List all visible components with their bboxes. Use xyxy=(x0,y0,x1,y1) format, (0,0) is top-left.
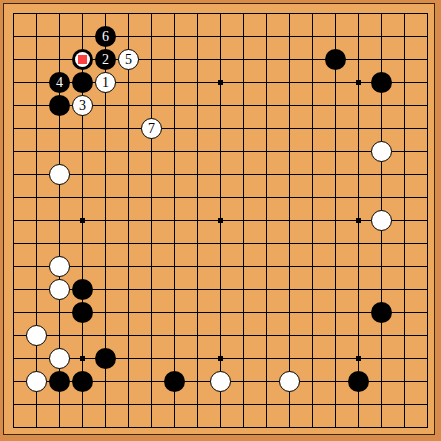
stone-white-move-5: 5 xyxy=(118,49,139,70)
stone-white xyxy=(26,371,47,392)
stone-white xyxy=(49,164,70,185)
stone-black xyxy=(371,302,392,323)
star-point xyxy=(218,356,223,361)
star-point xyxy=(356,218,361,223)
stone-black xyxy=(72,302,93,323)
stone-white-move-3: 3 xyxy=(72,95,93,116)
square-mark-icon xyxy=(75,52,90,67)
stone-black xyxy=(72,72,93,93)
stone-black xyxy=(95,348,116,369)
go-board: 6254137 xyxy=(0,0,441,441)
star-point xyxy=(80,218,85,223)
stone-white xyxy=(279,371,300,392)
star-point xyxy=(356,356,361,361)
stone-white xyxy=(210,371,231,392)
stone-white xyxy=(371,210,392,231)
stone-black-marked xyxy=(72,49,93,70)
stone-white xyxy=(49,348,70,369)
stone-black xyxy=(72,371,93,392)
stone-black-move-6: 6 xyxy=(95,26,116,47)
stone-black xyxy=(72,279,93,300)
stone-black xyxy=(325,49,346,70)
star-point xyxy=(80,356,85,361)
star-point xyxy=(218,218,223,223)
stone-black xyxy=(164,371,185,392)
stone-black xyxy=(371,72,392,93)
stone-black xyxy=(49,95,70,116)
stone-white xyxy=(49,279,70,300)
stone-black-move-4: 4 xyxy=(49,72,70,93)
stone-white-move-7: 7 xyxy=(141,118,162,139)
star-point xyxy=(356,80,361,85)
stone-black-move-2: 2 xyxy=(95,49,116,70)
stone-black xyxy=(49,371,70,392)
stone-white xyxy=(26,325,47,346)
stone-black xyxy=(348,371,369,392)
square-mark-fill xyxy=(78,55,87,64)
star-point xyxy=(218,80,223,85)
stone-white-move-1: 1 xyxy=(95,72,116,93)
stone-white xyxy=(371,141,392,162)
stone-white xyxy=(49,256,70,277)
